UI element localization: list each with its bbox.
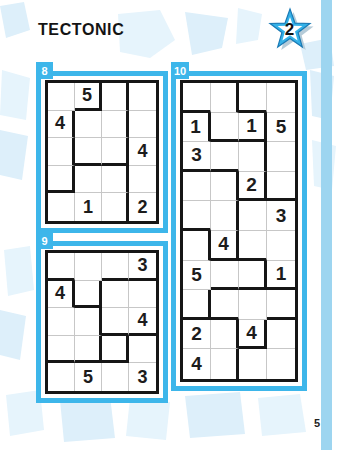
cell-r1c1[interactable] — [183, 83, 211, 113]
puzzle-number-tab: 8 — [36, 62, 53, 79]
puzzle-9: 934453 — [36, 232, 168, 403]
cell-r10c4[interactable] — [267, 349, 295, 379]
page: TECTONIC 2 85441293445310115323451244 5 — [0, 0, 350, 450]
cell-r9c3: 4 — [239, 320, 267, 350]
cell-r3c2[interactable] — [75, 308, 102, 336]
cell-r3c4: 4 — [129, 308, 156, 336]
cell-r8c1[interactable] — [183, 290, 211, 320]
cell-r4c3: 2 — [239, 172, 267, 202]
cell-r2c3[interactable] — [102, 281, 129, 309]
cell-r2c3[interactable] — [102, 111, 129, 139]
cell-r1c4[interactable] — [267, 83, 295, 113]
cell-r3c2[interactable] — [75, 138, 102, 166]
cell-r2c2[interactable] — [75, 111, 102, 139]
cell-r2c3: 1 — [239, 113, 267, 143]
cell-r1c1[interactable] — [48, 253, 75, 281]
cell-r1c3[interactable] — [102, 83, 129, 111]
cell-r5c1[interactable] — [48, 363, 75, 391]
cell-r5c4: 2 — [129, 193, 156, 221]
cell-r6c4[interactable] — [267, 231, 295, 261]
puzzle-frame: 34453 — [36, 241, 168, 403]
puzzle-8: 854412 — [36, 62, 168, 233]
cell-r3c1[interactable] — [48, 308, 75, 336]
cell-r8c3[interactable] — [239, 290, 267, 320]
cell-r2c4[interactable] — [129, 111, 156, 139]
cell-r1c2[interactable] — [75, 253, 102, 281]
cell-r7c3[interactable] — [239, 261, 267, 291]
cell-r8c4[interactable] — [267, 290, 295, 320]
cell-r4c1[interactable] — [48, 166, 75, 194]
cell-r3c2[interactable] — [211, 142, 239, 172]
cell-r1c4: 3 — [129, 253, 156, 281]
puzzle-grid-9: 34453 — [45, 250, 159, 394]
level-number: 2 — [266, 20, 313, 40]
cell-r2c2[interactable] — [211, 113, 239, 143]
cell-r5c3[interactable] — [102, 193, 129, 221]
cell-r4c1[interactable] — [48, 336, 75, 364]
cell-r4c4[interactable] — [129, 166, 156, 194]
cell-r8c2[interactable] — [211, 290, 239, 320]
cell-r10c2[interactable] — [211, 349, 239, 379]
puzzle-number-tab: 10 — [171, 62, 189, 79]
cell-r4c2[interactable] — [211, 172, 239, 202]
cell-r2c1: 1 — [183, 113, 211, 143]
cell-r1c4[interactable] — [129, 83, 156, 111]
cell-r1c2: 5 — [75, 83, 102, 111]
cell-r5c3[interactable] — [102, 363, 129, 391]
page-number: 5 — [300, 417, 320, 429]
cell-r10c3[interactable] — [239, 349, 267, 379]
cell-r5c2[interactable] — [211, 201, 239, 231]
cell-r3c1[interactable] — [48, 138, 75, 166]
cell-r2c4: 5 — [267, 113, 295, 143]
cell-r5c2: 1 — [75, 193, 102, 221]
cell-r3c1: 3 — [183, 142, 211, 172]
cell-r1c1[interactable] — [48, 83, 75, 111]
cell-r5c4: 3 — [267, 201, 295, 231]
level-star-badge: 2 — [266, 6, 318, 58]
cell-r7c1: 5 — [183, 261, 211, 291]
cell-r9c2[interactable] — [211, 320, 239, 350]
puzzle-frame: 54412 — [36, 71, 168, 233]
cell-r4c4[interactable] — [267, 172, 295, 202]
cell-r5c3[interactable] — [239, 201, 267, 231]
cell-r2c1: 4 — [48, 111, 75, 139]
cell-r3c3[interactable] — [239, 142, 267, 172]
cell-r4c1[interactable] — [183, 172, 211, 202]
cell-r5c1[interactable] — [183, 201, 211, 231]
cell-r2c4[interactable] — [129, 281, 156, 309]
puzzle-10: 10115323451244 — [171, 62, 307, 391]
cell-r1c3[interactable] — [239, 83, 267, 113]
puzzle-frame: 115323451244 — [171, 71, 307, 391]
cell-r9c4[interactable] — [267, 320, 295, 350]
puzzle-number-tab: 9 — [36, 232, 53, 249]
cell-r6c1[interactable] — [183, 231, 211, 261]
page-title: TECTONIC — [38, 21, 124, 39]
cell-r3c4[interactable] — [267, 142, 295, 172]
cell-r5c1[interactable] — [48, 193, 75, 221]
cell-r7c2[interactable] — [211, 261, 239, 291]
cell-r1c2[interactable] — [211, 83, 239, 113]
page-edge-stripe — [321, 0, 332, 450]
cell-r6c2: 4 — [211, 231, 239, 261]
cell-r4c3[interactable] — [102, 336, 129, 364]
puzzle-grid-8: 54412 — [45, 80, 159, 224]
cell-r4c2[interactable] — [75, 166, 102, 194]
cell-r5c4: 3 — [129, 363, 156, 391]
cell-r1c3[interactable] — [102, 253, 129, 281]
puzzle-grid-10: 115323451244 — [180, 80, 298, 382]
cell-r4c2[interactable] — [75, 336, 102, 364]
cell-r7c4: 1 — [267, 261, 295, 291]
cell-r3c3[interactable] — [102, 138, 129, 166]
cell-r4c4[interactable] — [129, 336, 156, 364]
cell-r3c3[interactable] — [102, 308, 129, 336]
cell-r10c1: 4 — [183, 349, 211, 379]
cell-r2c1: 4 — [48, 281, 75, 309]
cell-r4c3[interactable] — [102, 166, 129, 194]
cell-r6c3[interactable] — [239, 231, 267, 261]
cell-r3c4: 4 — [129, 138, 156, 166]
cell-r5c2: 5 — [75, 363, 102, 391]
cell-r9c1: 2 — [183, 320, 211, 350]
cell-r2c2[interactable] — [75, 281, 102, 309]
